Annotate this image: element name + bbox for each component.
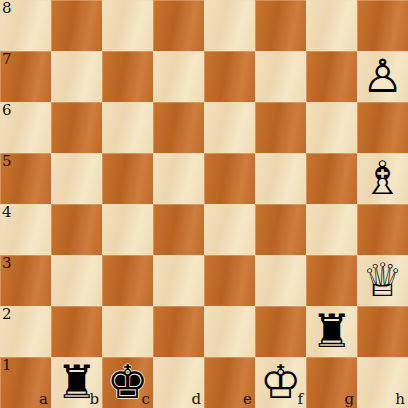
square-f7[interactable] [255,51,306,102]
square-c7[interactable] [102,51,153,102]
piece-white-queen-h3[interactable]: ♛♕ [357,255,408,306]
file-label-d: d [191,392,201,407]
square-a1[interactable]: 1a [0,357,51,408]
square-c1[interactable]: c♚ [102,357,153,408]
square-e2[interactable] [204,306,255,357]
square-c3[interactable] [102,255,153,306]
file-label-h: h [395,392,405,407]
square-f5[interactable] [255,153,306,204]
piece-black-rook-g2[interactable]: ♜ [306,306,357,357]
square-a2[interactable]: 2 [0,306,51,357]
square-b5[interactable] [51,153,102,204]
square-f8[interactable] [255,0,306,51]
square-g7[interactable] [306,51,357,102]
square-d1[interactable]: d [153,357,204,408]
rook-glyph: ♜ [51,357,102,408]
square-h5[interactable]: ♝♗ [357,153,408,204]
square-h7[interactable]: ♟♙ [357,51,408,102]
piece-white-king-f1[interactable]: ♚♔ [255,357,306,408]
file-label-g: g [344,392,354,407]
square-h1[interactable]: h [357,357,408,408]
file-label-a: a [39,392,48,407]
square-g8[interactable] [306,0,357,51]
square-g4[interactable] [306,204,357,255]
rook-glyph: ♜ [306,306,357,357]
piece-white-bishop-h5[interactable]: ♝♗ [357,153,408,204]
square-b4[interactable] [51,204,102,255]
square-e7[interactable] [204,51,255,102]
square-d5[interactable] [153,153,204,204]
square-d7[interactable] [153,51,204,102]
file-label-e: e [243,392,252,407]
rank-label-8: 8 [2,1,12,16]
rank-label-5: 5 [2,154,12,169]
square-g2[interactable]: ♜ [306,306,357,357]
square-b3[interactable] [51,255,102,306]
square-c8[interactable] [102,0,153,51]
square-g6[interactable] [306,102,357,153]
square-b6[interactable] [51,102,102,153]
pawn-glyph-outline: ♙ [357,51,408,102]
square-f2[interactable] [255,306,306,357]
king-glyph-outline: ♔ [255,357,306,408]
square-h2[interactable] [357,306,408,357]
square-a5[interactable]: 5 [0,153,51,204]
square-d4[interactable] [153,204,204,255]
king-glyph: ♚ [102,357,153,408]
square-e8[interactable] [204,0,255,51]
square-h3[interactable]: ♛♕ [357,255,408,306]
square-f1[interactable]: f♚♔ [255,357,306,408]
square-d6[interactable] [153,102,204,153]
square-h4[interactable] [357,204,408,255]
queen-glyph-outline: ♕ [357,255,408,306]
square-h8[interactable] [357,0,408,51]
square-a6[interactable]: 6 [0,102,51,153]
rank-label-6: 6 [2,103,12,118]
square-g1[interactable]: g [306,357,357,408]
square-f6[interactable] [255,102,306,153]
square-a4[interactable]: 4 [0,204,51,255]
rank-label-3: 3 [2,256,12,271]
square-b2[interactable] [51,306,102,357]
chess-board: 87♟♙65♝♗43♛♕2♜1ab♜c♚def♚♔gh [0,0,408,408]
piece-black-rook-b1[interactable]: ♜ [51,357,102,408]
square-g3[interactable] [306,255,357,306]
square-c4[interactable] [102,204,153,255]
piece-white-pawn-h7[interactable]: ♟♙ [357,51,408,102]
square-b8[interactable] [51,0,102,51]
square-e6[interactable] [204,102,255,153]
square-c2[interactable] [102,306,153,357]
piece-black-king-c1[interactable]: ♚ [102,357,153,408]
square-d3[interactable] [153,255,204,306]
square-e3[interactable] [204,255,255,306]
square-a7[interactable]: 7 [0,51,51,102]
square-h6[interactable] [357,102,408,153]
square-f4[interactable] [255,204,306,255]
square-b7[interactable] [51,51,102,102]
rank-label-2: 2 [2,307,12,322]
rank-label-7: 7 [2,52,12,67]
square-e5[interactable] [204,153,255,204]
bishop-glyph-outline: ♗ [357,153,408,204]
square-f3[interactable] [255,255,306,306]
square-d2[interactable] [153,306,204,357]
rank-label-4: 4 [2,205,12,220]
square-e1[interactable]: e [204,357,255,408]
square-b1[interactable]: b♜ [51,357,102,408]
square-c6[interactable] [102,102,153,153]
square-a8[interactable]: 8 [0,0,51,51]
square-a3[interactable]: 3 [0,255,51,306]
square-c5[interactable] [102,153,153,204]
rank-label-1: 1 [2,358,12,373]
square-g5[interactable] [306,153,357,204]
square-d8[interactable] [153,0,204,51]
square-e4[interactable] [204,204,255,255]
